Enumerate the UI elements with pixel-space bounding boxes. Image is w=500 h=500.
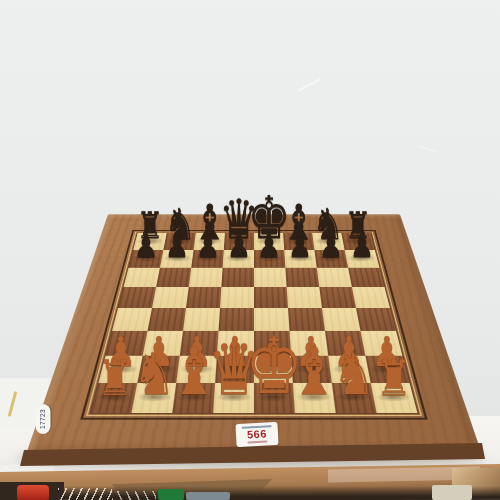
dark-pawn: ♟: [257, 229, 281, 262]
lot-number: 566: [247, 428, 267, 440]
dark-pawn: ♟: [165, 229, 189, 262]
inventory-sticker-face: 17723: [36, 404, 51, 434]
light-rook: ♜: [375, 354, 411, 403]
dark-pawn: ♟: [349, 229, 373, 262]
inventory-sticker: 17723: [34, 403, 52, 435]
inventory-sticker-label: 17723: [40, 409, 47, 429]
tag-print-bottom: [248, 440, 267, 443]
photo-scene: ♜♞♝♛♚♝♞♜♟♟♟♟♟♟♟♟♟♟♟♟♟♟♟♟♜♞♝♛♚♝♞♜ 566 177…: [0, 0, 500, 500]
lot-tag: 566: [235, 422, 278, 447]
dark-pawn: ♟: [288, 229, 312, 262]
light-bishop: ♝: [290, 339, 338, 405]
dark-pawn: ♟: [134, 229, 158, 262]
dark-pawn: ♟: [196, 229, 220, 262]
light-knight: ♞: [332, 345, 375, 403]
light-rook: ♜: [96, 354, 132, 403]
dark-pawn: ♟: [226, 229, 250, 262]
dark-pawn: ♟: [319, 229, 343, 262]
